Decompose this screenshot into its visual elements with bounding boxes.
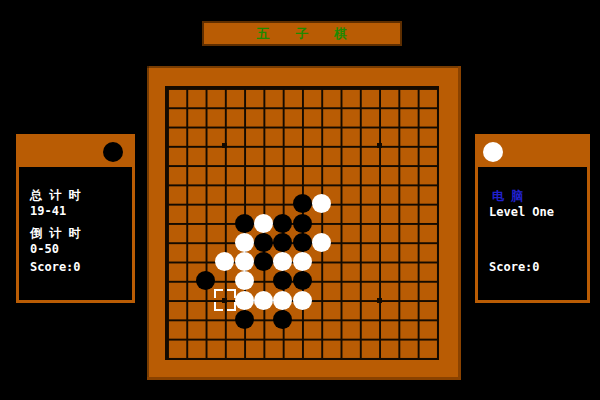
- board-grid[interactable]: [165, 86, 439, 360]
- white-stone: [273, 291, 292, 310]
- game-window: 五 子 棋 总 计 时 19-41 倒 计 时 0-50 Score:0 电 脑…: [0, 0, 600, 400]
- white-stone: [293, 252, 312, 271]
- black-stone: [273, 271, 292, 290]
- black-stone: [273, 233, 292, 252]
- white-stone: [235, 271, 254, 290]
- title-banner: 五 子 棋: [202, 21, 402, 46]
- white-stone: [312, 233, 331, 252]
- black-stone: [235, 310, 254, 329]
- black-stone: [196, 271, 215, 290]
- black-stone: [293, 271, 312, 290]
- white-stone: [235, 252, 254, 271]
- black-panel-header: [19, 137, 132, 167]
- total-time-label: 总 计 时: [30, 189, 80, 202]
- game-title: 五 子 棋: [248, 25, 357, 43]
- star-point: [377, 143, 382, 148]
- black-score: Score:0: [30, 261, 81, 274]
- white-stone: [254, 291, 273, 310]
- black-stone: [293, 233, 312, 252]
- star-point: [377, 298, 382, 303]
- white-stone: [273, 252, 292, 271]
- white-stone-icon: [483, 142, 503, 162]
- black-stone: [254, 252, 273, 271]
- gomoku-board: [147, 66, 461, 380]
- white-stone: [312, 194, 331, 213]
- star-point: [222, 143, 227, 148]
- white-panel-header: [478, 137, 587, 167]
- white-stone: [235, 233, 254, 252]
- computer-label: 电 脑: [492, 190, 523, 203]
- countdown-value: 0-50: [30, 243, 59, 256]
- white-stone: [235, 291, 254, 310]
- black-stone: [273, 214, 292, 233]
- white-stone: [293, 291, 312, 310]
- countdown-label: 倒 计 时: [30, 227, 80, 240]
- black-stone-icon: [103, 142, 123, 162]
- black-stone: [273, 310, 292, 329]
- board-cursor: [214, 289, 236, 311]
- black-stone: [293, 214, 312, 233]
- white-stone: [215, 252, 234, 271]
- player-panel-black: 总 计 时 19-41 倒 计 时 0-50 Score:0: [16, 134, 135, 303]
- white-stone: [254, 214, 273, 233]
- black-stone: [254, 233, 273, 252]
- black-stone: [293, 194, 312, 213]
- total-time-value: 19-41: [30, 205, 66, 218]
- level-label: Level One: [489, 206, 554, 219]
- white-score: Score:0: [489, 261, 540, 274]
- player-panel-white: 电 脑 Level One Score:0: [475, 134, 590, 303]
- black-stone: [235, 214, 254, 233]
